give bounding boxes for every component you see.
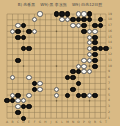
stone-white <box>87 58 92 63</box>
stone-black <box>81 93 86 98</box>
row-label: 18 <box>108 18 112 21</box>
stone-white <box>26 93 31 98</box>
col-label: M <box>66 121 69 124</box>
stone-white <box>10 29 15 34</box>
stone-white <box>37 87 42 92</box>
row-label: 6 <box>108 88 110 91</box>
stone-white <box>87 35 92 40</box>
row-label: 12 <box>108 53 112 56</box>
col-label: O <box>77 121 79 124</box>
stone-black <box>4 98 9 103</box>
col-label: B <box>11 121 13 124</box>
star-point <box>23 31 25 33</box>
stone-white <box>10 93 15 98</box>
col-label: E <box>28 121 30 124</box>
stone-black <box>15 58 20 63</box>
stone-white <box>87 29 92 34</box>
row-label: 1 <box>108 117 110 120</box>
row-label: 17 <box>108 24 112 27</box>
stone-black <box>15 110 20 115</box>
stone-white <box>76 11 81 16</box>
stone-white <box>54 93 59 98</box>
go-diagram: B) 先番黑 W9)·黑 李水熊 W9) 白先12目胜 ABCDEFGHJKLM… <box>0 0 120 126</box>
stone-black <box>87 11 92 16</box>
stone-white <box>81 58 86 63</box>
stone-white <box>87 93 92 98</box>
stone-white <box>15 98 20 103</box>
col-label: N <box>72 121 74 124</box>
stone-white <box>37 81 42 86</box>
stone-black <box>15 35 20 40</box>
col-label: F <box>34 121 36 124</box>
row-label: 2 <box>108 111 110 114</box>
stone-black <box>70 87 75 92</box>
stone-black <box>92 58 97 63</box>
stone-black <box>81 29 86 34</box>
stone-black <box>65 93 70 98</box>
stone-white <box>92 29 97 34</box>
col-label: A <box>6 121 8 124</box>
col-label: H <box>44 121 46 124</box>
row-label: 11 <box>108 59 112 62</box>
col-label: J <box>51 121 52 124</box>
row-label: 7 <box>108 82 110 85</box>
stone-black <box>26 104 31 109</box>
stone-white <box>32 29 37 34</box>
stone-black <box>92 93 97 98</box>
stone-black <box>26 29 31 34</box>
star-point <box>23 65 25 67</box>
stone-white <box>76 64 81 69</box>
row-label: 8 <box>108 76 110 79</box>
col-label: T <box>105 121 107 124</box>
col-label: P <box>83 121 85 124</box>
row-label: 10 <box>108 65 112 68</box>
star-point <box>56 65 58 67</box>
stone-black <box>21 35 26 40</box>
go-board[interactable]: ABCDEFGHJKLMNOPQRST191817161514131211109… <box>0 0 120 126</box>
stone-black <box>92 52 97 57</box>
stone-black <box>26 46 31 51</box>
stone-white <box>81 11 86 16</box>
row-label: 3 <box>108 105 110 108</box>
stone-black <box>15 93 20 98</box>
stone-black <box>59 11 64 16</box>
stone-white <box>54 87 59 92</box>
row-label: 13 <box>108 47 112 50</box>
col-label: K <box>56 121 58 124</box>
col-label: G <box>39 121 41 124</box>
col-label: C <box>17 121 19 124</box>
col-label: S <box>100 121 102 124</box>
row-label: 14 <box>108 41 112 44</box>
stone-white <box>15 104 20 109</box>
stone-white <box>15 23 20 28</box>
stone-black <box>76 93 81 98</box>
stone-black <box>32 81 37 86</box>
stone-white <box>59 17 64 22</box>
stone-black <box>65 11 70 16</box>
stone-black <box>81 17 86 22</box>
stone-black <box>76 81 81 86</box>
stone-white <box>26 75 31 80</box>
stone-black <box>92 46 97 51</box>
stone-black <box>92 64 97 69</box>
stone-black <box>54 11 59 16</box>
stone-black <box>70 75 75 80</box>
stone-black <box>81 23 86 28</box>
star-point <box>56 31 58 33</box>
col-label: D <box>22 121 24 124</box>
stone-black <box>32 87 37 92</box>
col-label: L <box>61 121 63 124</box>
stone-white <box>81 64 86 69</box>
row-label: 19 <box>108 13 112 16</box>
stone-black <box>70 17 75 22</box>
row-label: 4 <box>108 99 110 102</box>
stone-black <box>15 29 20 34</box>
star-point <box>89 100 91 102</box>
col-label: R <box>94 121 96 124</box>
row-label: 5 <box>108 94 110 97</box>
row-label: 16 <box>108 30 112 33</box>
stone-white <box>70 23 75 28</box>
star-point <box>89 65 91 67</box>
stone-black <box>92 23 97 28</box>
row-label: 9 <box>108 70 110 73</box>
star-point <box>56 100 58 102</box>
col-label: Q <box>88 121 90 124</box>
stone-black <box>92 35 97 40</box>
stone-white <box>37 11 42 16</box>
row-label: 15 <box>108 36 112 39</box>
